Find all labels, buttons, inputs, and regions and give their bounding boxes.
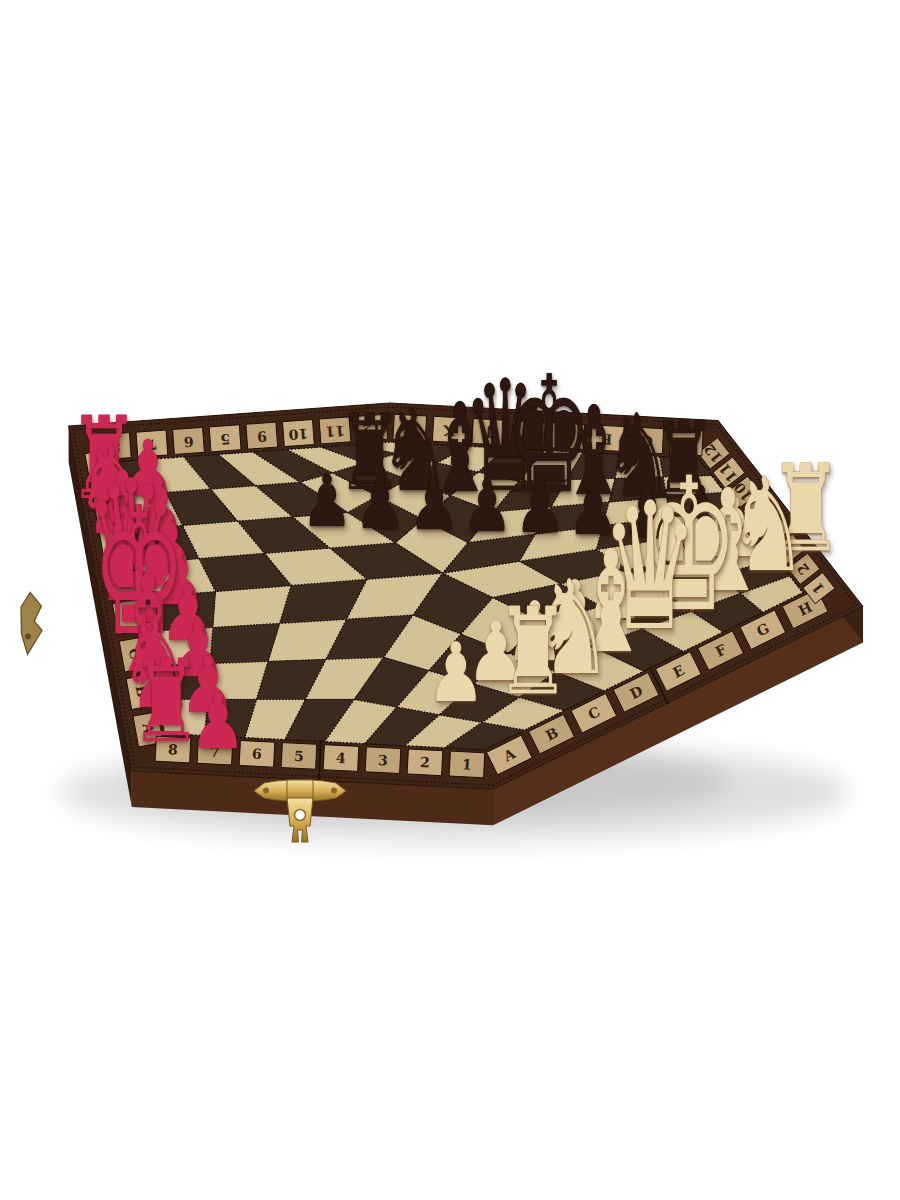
coordinate-label: 7 bbox=[210, 743, 221, 759]
coordinate-label: 10 bbox=[288, 425, 309, 442]
board-cell bbox=[152, 664, 210, 700]
coordinate-label: I bbox=[525, 427, 532, 443]
coordinate-label: L bbox=[404, 420, 415, 437]
coordinate-label: F bbox=[602, 431, 613, 448]
board-cell bbox=[158, 700, 207, 736]
board-cell bbox=[146, 628, 213, 666]
coordinate-label: 9 bbox=[256, 428, 267, 445]
coordinate-label: 4 bbox=[336, 750, 347, 766]
board-cell bbox=[213, 585, 291, 627]
product-photo: LKJIDCBA87654321ABCDEFGH12349101112HGFEI… bbox=[0, 0, 900, 1200]
coordinate-label: 5 bbox=[294, 748, 305, 764]
coordinate-label: 1 bbox=[462, 756, 473, 772]
coordinate-label: E bbox=[562, 429, 574, 446]
coordinate-label: K bbox=[442, 422, 456, 439]
board-cell bbox=[140, 592, 216, 632]
coordinate-label: G bbox=[640, 433, 653, 450]
coordinate-label: 2 bbox=[420, 754, 431, 770]
coordinate-label: H bbox=[679, 435, 693, 452]
coordinate-label: 6 bbox=[252, 746, 263, 762]
board-cell bbox=[615, 455, 663, 479]
coordinate-label: 8 bbox=[168, 741, 179, 757]
coordinate-label: 3 bbox=[378, 752, 389, 768]
board-cell bbox=[210, 624, 280, 664]
coordinate-label: 6 bbox=[183, 434, 194, 451]
coordinate-label: 7 bbox=[147, 436, 158, 453]
coordinate-label: 8 bbox=[110, 439, 121, 456]
brass-latch-left bbox=[15, 591, 47, 656]
coordinate-label: 5 bbox=[220, 431, 231, 448]
three-player-chess-board: LKJIDCBA87654321ABCDEFGH12349101112HGFEI… bbox=[0, 0, 900, 1200]
coordinate-label: 11 bbox=[325, 423, 346, 440]
coordinate-label: 12 bbox=[361, 420, 382, 437]
